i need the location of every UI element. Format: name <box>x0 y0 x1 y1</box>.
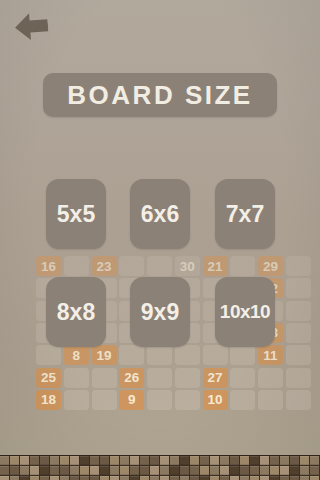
size-button-10x10[interactable]: 10x10 <box>215 277 275 347</box>
mosaic-tile <box>0 466 9 475</box>
mosaic-tile <box>240 466 249 475</box>
board-cell <box>92 390 117 410</box>
mosaic-tile <box>40 466 49 475</box>
mosaic-tile <box>20 466 29 475</box>
mosaic-tile <box>170 456 179 465</box>
mosaic-tile <box>100 466 109 475</box>
mosaic-tile <box>290 476 299 480</box>
board-cell <box>64 256 89 276</box>
mosaic-tile <box>120 456 129 465</box>
size-button-label: 8x8 <box>57 299 95 326</box>
mosaic-tile <box>250 476 259 480</box>
board-cell-number: 9 <box>128 392 136 407</box>
mosaic-tile <box>70 456 79 465</box>
mosaic-tile <box>270 456 279 465</box>
size-button-label: 9x9 <box>141 299 179 326</box>
mosaic-tile <box>310 466 319 475</box>
mosaic-tile <box>210 456 219 465</box>
board-cell-given: 23 <box>92 256 117 276</box>
mosaic-tile <box>260 476 269 480</box>
mosaic-tile <box>110 466 119 475</box>
mosaic-tile <box>0 456 9 465</box>
board-cell-given: 16 <box>36 256 61 276</box>
board-cell <box>230 368 255 388</box>
mosaic-tile <box>310 456 319 465</box>
board-cell <box>147 390 172 410</box>
size-button-label: 6x6 <box>141 201 179 228</box>
mosaic-tile <box>210 476 219 480</box>
board-cell-given: 9 <box>119 390 144 410</box>
board-cell-number: 16 <box>41 259 56 274</box>
mosaic-tile <box>230 476 239 480</box>
board-cell-number: 23 <box>96 259 111 274</box>
mosaic-tile <box>280 456 289 465</box>
board-cell: 30 <box>175 256 200 276</box>
board-size-title-label: BOARD SIZE <box>67 80 252 111</box>
mosaic-tile <box>60 466 69 475</box>
mosaic-footer <box>0 455 320 480</box>
mosaic-tile <box>290 456 299 465</box>
mosaic-tile <box>20 456 29 465</box>
mosaic-tile <box>90 466 99 475</box>
board-cell <box>175 390 200 410</box>
board-cell <box>230 390 255 410</box>
mosaic-tile <box>80 476 89 480</box>
mosaic-tile <box>20 476 29 480</box>
mosaic-tile <box>230 466 239 475</box>
board-cell <box>147 345 172 365</box>
board-cell-given: 26 <box>119 368 144 388</box>
size-button-label: 7x7 <box>226 201 264 228</box>
board-size-screen: 162330212912288191125262718910 BOARD SIZ… <box>0 0 320 480</box>
mosaic-tile <box>50 476 59 480</box>
mosaic-tile <box>280 466 289 475</box>
board-cell-number: 10 <box>207 392 222 407</box>
mosaic-tile <box>200 476 209 480</box>
mosaic-tile <box>170 476 179 480</box>
mosaic-tile <box>140 466 149 475</box>
board-cell-given: 27 <box>203 368 228 388</box>
mosaic-tile <box>90 456 99 465</box>
mosaic-tile <box>170 466 179 475</box>
board-cell-number: 19 <box>96 348 111 363</box>
mosaic-tile <box>280 476 289 480</box>
mosaic-tile <box>110 456 119 465</box>
mosaic-tile <box>100 476 109 480</box>
board-cell <box>92 368 117 388</box>
mosaic-tile <box>200 466 209 475</box>
mosaic-tile <box>180 466 189 475</box>
mosaic-tile <box>150 476 159 480</box>
mosaic-tile <box>80 456 89 465</box>
board-cell <box>286 256 311 276</box>
mosaic-tile <box>60 456 69 465</box>
board-cell <box>147 368 172 388</box>
size-button-9x9[interactable]: 9x9 <box>130 277 190 347</box>
board-cell <box>286 368 311 388</box>
mosaic-tile <box>60 476 69 480</box>
board-cell-given: 18 <box>36 390 61 410</box>
mosaic-tile <box>70 476 79 480</box>
board-cell <box>286 278 311 298</box>
board-cell-given: 11 <box>258 345 283 365</box>
size-button-8x8[interactable]: 8x8 <box>46 277 106 347</box>
board-cell-number: 21 <box>207 259 222 274</box>
size-button-label: 10x10 <box>220 301 270 323</box>
board-cell <box>64 368 89 388</box>
mosaic-tile <box>30 476 39 480</box>
board-cell <box>147 256 172 276</box>
mosaic-tile <box>180 476 189 480</box>
mosaic-tile <box>230 456 239 465</box>
mosaic-tile <box>140 476 149 480</box>
mosaic-tile <box>240 456 249 465</box>
board-cell-number: 30 <box>180 259 195 274</box>
board-cell <box>230 345 255 365</box>
mosaic-tile <box>190 456 199 465</box>
mosaic-tile <box>300 456 309 465</box>
board-cell <box>36 345 61 365</box>
board-cell-given: 29 <box>258 256 283 276</box>
board-cell-number: 11 <box>263 348 277 363</box>
mosaic-tile <box>30 456 39 465</box>
board-cell <box>203 345 228 365</box>
mosaic-tile <box>130 476 139 480</box>
back-arrow-icon <box>15 13 49 40</box>
board-cell-given: 21 <box>203 256 228 276</box>
mosaic-tile <box>200 456 209 465</box>
board-cell <box>286 301 311 321</box>
board-cell <box>175 345 200 365</box>
mosaic-tile <box>250 466 259 475</box>
board-cell-given: 10 <box>203 390 228 410</box>
mosaic-tile <box>270 466 279 475</box>
board-cell-number: 18 <box>41 392 56 407</box>
board-cell <box>119 345 144 365</box>
mosaic-tile <box>240 476 249 480</box>
board-cell <box>258 390 283 410</box>
mosaic-tile <box>300 466 309 475</box>
mosaic-tile <box>70 466 79 475</box>
mosaic-tile <box>140 456 149 465</box>
mosaic-tile <box>0 476 9 480</box>
mosaic-tile <box>40 476 49 480</box>
mosaic-tile <box>40 456 49 465</box>
mosaic-tile <box>220 476 229 480</box>
mosaic-tile <box>290 466 299 475</box>
mosaic-tile <box>30 466 39 475</box>
size-button-7x7[interactable]: 7x7 <box>215 179 275 249</box>
mosaic-tile <box>160 476 169 480</box>
mosaic-tile <box>90 476 99 480</box>
mosaic-tile <box>250 456 259 465</box>
mosaic-tile <box>160 466 169 475</box>
mosaic-tile <box>190 476 199 480</box>
mosaic-tile <box>220 456 229 465</box>
board-cell <box>64 390 89 410</box>
back-button[interactable] <box>15 12 49 41</box>
board-cell <box>175 368 200 388</box>
mosaic-tile <box>130 466 139 475</box>
mosaic-tile <box>270 476 279 480</box>
mosaic-tile <box>10 456 19 465</box>
mosaic-tile <box>210 466 219 475</box>
board-cell-number: 26 <box>124 370 139 385</box>
board-cell-number: 29 <box>263 259 278 274</box>
mosaic-tile <box>130 456 139 465</box>
board-cell <box>119 256 144 276</box>
mosaic-tile <box>120 476 129 480</box>
mosaic-tile <box>160 456 169 465</box>
mosaic-tile <box>10 466 19 475</box>
mosaic-tile <box>50 466 59 475</box>
board-cell-given: 19 <box>92 345 117 365</box>
mosaic-tile <box>260 466 269 475</box>
board-cell <box>286 323 311 343</box>
board-cell-given: 8 <box>64 345 89 365</box>
mosaic-tile <box>300 476 309 480</box>
mosaic-tile <box>190 466 199 475</box>
size-button-6x6[interactable]: 6x6 <box>130 179 190 249</box>
board-size-title: BOARD SIZE <box>43 73 277 117</box>
mosaic-tile <box>180 456 189 465</box>
mosaic-tile <box>100 456 109 465</box>
size-button-label: 5x5 <box>57 201 95 228</box>
mosaic-tile <box>10 476 19 480</box>
mosaic-tile <box>80 466 89 475</box>
board-cell <box>258 368 283 388</box>
board-cell <box>286 390 311 410</box>
board-cell-given: 25 <box>36 368 61 388</box>
board-cell <box>230 256 255 276</box>
mosaic-tile <box>50 456 59 465</box>
board-cell <box>286 345 311 365</box>
size-button-5x5[interactable]: 5x5 <box>46 179 106 249</box>
mosaic-tile <box>120 466 129 475</box>
mosaic-tile <box>150 456 159 465</box>
mosaic-tile <box>220 466 229 475</box>
mosaic-tile <box>260 456 269 465</box>
mosaic-tile <box>150 466 159 475</box>
board-cell-number: 8 <box>72 348 80 363</box>
board-cell-number: 25 <box>41 370 56 385</box>
mosaic-tile <box>110 476 119 480</box>
board-cell-number: 27 <box>207 370 222 385</box>
mosaic-tile <box>310 476 319 480</box>
